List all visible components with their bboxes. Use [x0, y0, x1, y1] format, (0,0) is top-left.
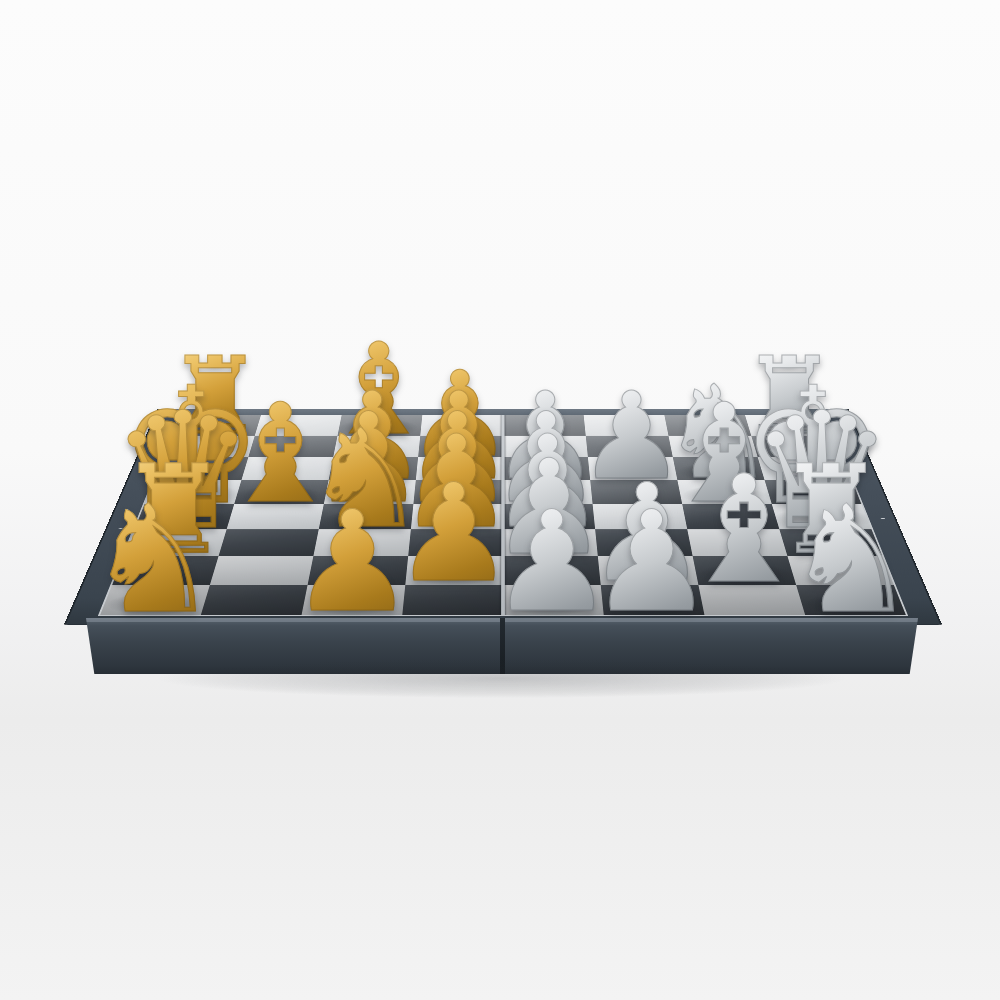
square-h3	[779, 529, 882, 556]
square-f7	[586, 436, 673, 458]
square-d1	[402, 585, 503, 615]
square-a1	[100, 585, 210, 615]
square-c3	[313, 529, 411, 556]
square-d2	[405, 556, 503, 585]
square-e4	[503, 504, 595, 529]
hinge-pin-dot	[125, 509, 130, 510]
square-d4	[411, 504, 503, 529]
square-c1	[302, 585, 406, 615]
square-f8	[584, 415, 669, 436]
square-e1	[503, 585, 604, 615]
hinge-pin-dot	[118, 528, 123, 529]
chess-set-photo: ♞♜♛♚♜♝♟♞♟♟♝♟♟♟♟♟♟♟♟♟♟♟♟♟♝♝♞♞♜♛♚♜	[0, 0, 1000, 1000]
board-fold-seam	[501, 415, 505, 615]
square-e5	[503, 480, 593, 504]
chess-board	[65, 409, 941, 625]
square-c2	[308, 556, 409, 585]
square-b8	[255, 415, 342, 436]
square-d3	[408, 529, 503, 556]
square-c7	[333, 436, 420, 458]
square-b1	[201, 585, 308, 615]
square-e3	[503, 529, 598, 556]
square-h1	[796, 585, 906, 615]
square-a2	[112, 556, 218, 585]
square-d8	[420, 415, 503, 436]
square-a8	[172, 415, 261, 436]
square-f2	[598, 556, 699, 585]
square-c8	[338, 415, 423, 436]
square-d5	[413, 480, 503, 504]
hinge-pin-dot	[881, 518, 886, 519]
square-e6	[503, 457, 590, 480]
square-a7	[163, 436, 254, 458]
square-b2	[210, 556, 313, 585]
square-f3	[595, 529, 693, 556]
square-g2	[693, 556, 796, 585]
square-e8	[503, 415, 586, 436]
square-g3	[687, 529, 787, 556]
floor-shadow	[60, 656, 944, 712]
square-g5	[677, 480, 771, 504]
square-g1	[698, 585, 805, 615]
square-b3	[218, 529, 318, 556]
square-e7	[503, 436, 588, 458]
square-g4	[682, 504, 779, 529]
square-h7	[751, 436, 842, 458]
square-f4	[593, 504, 688, 529]
square-c6	[329, 457, 418, 480]
square-f6	[588, 457, 677, 480]
square-a3	[124, 529, 227, 556]
square-g7	[668, 436, 757, 458]
square-a5	[145, 480, 242, 504]
square-h4	[772, 504, 872, 529]
square-d6	[416, 457, 503, 480]
square-a6	[154, 457, 248, 480]
square-c5	[324, 480, 416, 504]
square-g8	[664, 415, 751, 436]
square-d7	[418, 436, 503, 458]
square-f5	[590, 480, 682, 504]
square-h2	[788, 556, 894, 585]
square-e2	[503, 556, 601, 585]
square-h5	[765, 480, 862, 504]
board-squares	[98, 415, 908, 616]
square-b4	[227, 504, 324, 529]
square-h6	[758, 457, 852, 480]
square-b5	[234, 480, 328, 504]
square-f1	[601, 585, 705, 615]
square-a4	[134, 504, 234, 529]
square-g6	[673, 457, 765, 480]
square-h8	[745, 415, 834, 436]
square-b6	[241, 457, 333, 480]
square-c4	[319, 504, 414, 529]
square-b7	[248, 436, 337, 458]
